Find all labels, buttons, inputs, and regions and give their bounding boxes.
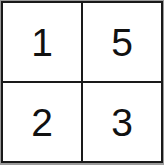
grid-cell-r0c1: 5 <box>83 3 161 81</box>
grid-cell-r0c0: 1 <box>3 3 81 81</box>
puzzle-board: 1 5 2 3 <box>1 1 163 163</box>
grid-cell-r1c1: 3 <box>83 83 161 161</box>
board-outer-edge: 1 5 2 3 <box>0 0 164 165</box>
grid-cell-r1c0: 2 <box>3 83 81 161</box>
